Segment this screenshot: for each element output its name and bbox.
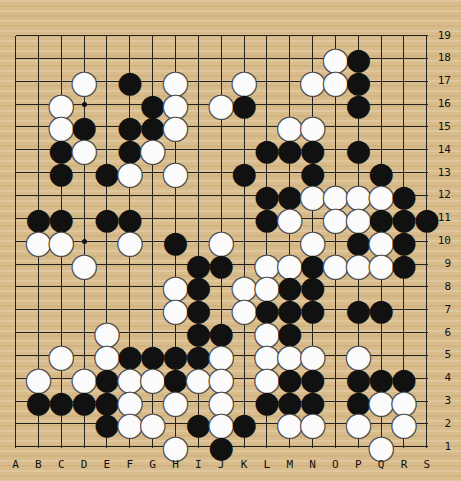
stone-white-Q9: ● bbox=[370, 253, 393, 276]
stone-white-K7: ● bbox=[233, 298, 256, 321]
stone-black-K2: ● bbox=[233, 412, 256, 435]
column-label-A: A bbox=[8, 458, 24, 471]
column-label-R: R bbox=[396, 458, 412, 471]
go-board[interactable]: ●●●●●●●●●●●●●●●●●●●●●●●●●●●●●●●●●●●●●●●●… bbox=[0, 0, 461, 481]
stone-white-H3: ● bbox=[164, 390, 187, 413]
row-label-7: 7 bbox=[430, 303, 451, 316]
stone-white-M11: ● bbox=[278, 207, 301, 230]
stone-white-P2: ● bbox=[347, 412, 370, 435]
row-label-1: 1 bbox=[430, 440, 451, 453]
stone-white-C5: ● bbox=[50, 344, 73, 367]
row-label-8: 8 bbox=[430, 280, 451, 293]
stone-black-C13: ● bbox=[50, 161, 73, 184]
star-point bbox=[82, 102, 87, 107]
stone-black-K13: ● bbox=[233, 161, 256, 184]
stone-white-G14: ● bbox=[141, 138, 164, 161]
grid-horizontal-line bbox=[16, 35, 428, 36]
stone-white-G2: ● bbox=[141, 412, 164, 435]
stone-white-G4: ● bbox=[141, 367, 164, 390]
star-point bbox=[82, 239, 87, 244]
stone-white-R2: ● bbox=[392, 412, 415, 435]
row-label-10: 10 bbox=[430, 234, 451, 247]
stone-white-H7: ● bbox=[164, 298, 187, 321]
stone-black-L14: ● bbox=[255, 138, 278, 161]
grid-horizontal-line bbox=[16, 286, 428, 287]
column-label-P: P bbox=[350, 458, 366, 471]
grid-horizontal-line bbox=[16, 172, 428, 173]
column-label-H: H bbox=[167, 458, 183, 471]
stone-white-M2: ● bbox=[278, 412, 301, 435]
stone-black-I2: ● bbox=[187, 412, 210, 435]
stone-black-P14: ● bbox=[347, 138, 370, 161]
stone-black-P16: ● bbox=[347, 93, 370, 116]
stone-white-P9: ● bbox=[347, 253, 370, 276]
column-label-K: K bbox=[236, 458, 252, 471]
stone-white-H1: ● bbox=[164, 435, 187, 458]
row-label-15: 15 bbox=[430, 120, 451, 133]
stone-black-J1: ● bbox=[210, 435, 233, 458]
stone-white-D17: ● bbox=[73, 70, 96, 93]
column-label-Q: Q bbox=[373, 458, 389, 471]
stone-white-B10: ● bbox=[27, 230, 50, 253]
stone-white-O11: ● bbox=[324, 207, 347, 230]
stone-black-L3: ● bbox=[255, 390, 278, 413]
stone-black-B3: ● bbox=[27, 390, 50, 413]
stone-black-D3: ● bbox=[73, 390, 96, 413]
stone-black-F17: ● bbox=[118, 70, 141, 93]
column-label-F: F bbox=[122, 458, 138, 471]
stone-black-H10: ● bbox=[164, 230, 187, 253]
row-label-6: 6 bbox=[430, 326, 451, 339]
stone-black-Q7: ● bbox=[370, 298, 393, 321]
stone-black-P7: ● bbox=[347, 298, 370, 321]
column-label-M: M bbox=[282, 458, 298, 471]
stone-black-E13: ● bbox=[95, 161, 118, 184]
row-label-5: 5 bbox=[430, 348, 451, 361]
stone-white-N17: ● bbox=[301, 70, 324, 93]
row-label-12: 12 bbox=[430, 188, 451, 201]
column-label-I: I bbox=[190, 458, 206, 471]
stone-white-J16: ● bbox=[210, 93, 233, 116]
stone-white-O17: ● bbox=[324, 70, 347, 93]
stone-white-I4: ● bbox=[187, 367, 210, 390]
row-label-14: 14 bbox=[430, 143, 451, 156]
stone-white-N12: ● bbox=[301, 184, 324, 207]
row-label-17: 17 bbox=[430, 74, 451, 87]
row-label-3: 3 bbox=[430, 394, 451, 407]
stone-black-E11: ● bbox=[95, 207, 118, 230]
row-label-11: 11 bbox=[430, 211, 451, 224]
column-label-E: E bbox=[99, 458, 115, 471]
stone-black-K16: ● bbox=[233, 93, 256, 116]
row-label-9: 9 bbox=[430, 257, 451, 270]
stone-white-D9: ● bbox=[73, 253, 96, 276]
stone-white-O9: ● bbox=[324, 253, 347, 276]
stone-white-H13: ● bbox=[164, 161, 187, 184]
column-label-S: S bbox=[419, 458, 435, 471]
stone-black-L11: ● bbox=[255, 207, 278, 230]
column-label-N: N bbox=[305, 458, 321, 471]
row-label-4: 4 bbox=[430, 371, 451, 384]
stone-black-J9: ● bbox=[210, 253, 233, 276]
stone-white-Q3: ● bbox=[370, 390, 393, 413]
stone-white-D14: ● bbox=[73, 138, 96, 161]
stone-white-Q1: ● bbox=[370, 435, 393, 458]
column-label-C: C bbox=[53, 458, 69, 471]
column-label-J: J bbox=[213, 458, 229, 471]
row-label-2: 2 bbox=[430, 417, 451, 430]
stone-white-F10: ● bbox=[118, 230, 141, 253]
stone-white-N2: ● bbox=[301, 412, 324, 435]
column-label-O: O bbox=[327, 458, 343, 471]
row-label-18: 18 bbox=[430, 51, 451, 64]
column-label-G: G bbox=[145, 458, 161, 471]
stone-black-M14: ● bbox=[278, 138, 301, 161]
stone-white-F13: ● bbox=[118, 161, 141, 184]
row-label-13: 13 bbox=[430, 166, 451, 179]
stone-white-C10: ● bbox=[50, 230, 73, 253]
grid-vertical-line bbox=[15, 36, 16, 448]
column-label-B: B bbox=[30, 458, 46, 471]
stone-black-C3: ● bbox=[50, 390, 73, 413]
stone-black-R9: ● bbox=[392, 253, 415, 276]
column-label-L: L bbox=[259, 458, 275, 471]
column-label-D: D bbox=[76, 458, 92, 471]
stone-black-N7: ● bbox=[301, 298, 324, 321]
row-label-19: 19 bbox=[430, 29, 451, 42]
row-label-16: 16 bbox=[430, 97, 451, 110]
grid-vertical-line bbox=[426, 36, 427, 448]
stone-white-H15: ● bbox=[164, 115, 187, 138]
stone-white-F2: ● bbox=[118, 412, 141, 435]
stone-black-E2: ● bbox=[95, 412, 118, 435]
